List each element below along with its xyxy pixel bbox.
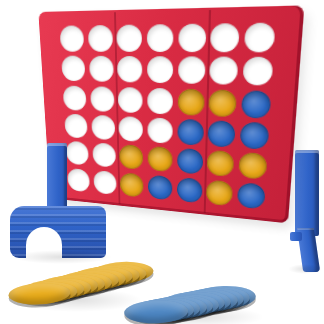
cell-r4-c5[interactable] [175,117,206,148]
cell-r1-c7[interactable] [241,20,278,55]
cell-r5-c4[interactable] [145,144,174,174]
cell-r5-c3[interactable] [117,143,145,173]
cell-r6-c7[interactable] [234,180,268,212]
disc-yellow [177,88,204,115]
cell-r1-c2[interactable] [85,23,115,54]
disc-yellow [208,89,237,117]
empty-hole [60,26,85,52]
disc-blue [148,175,172,201]
cell-r4-c2[interactable] [89,113,117,143]
empty-hole [147,24,174,52]
empty-hole [209,57,238,85]
cell-r4-c4[interactable] [145,115,175,146]
cell-r6-c2[interactable] [91,168,118,197]
spare-disc-blue[interactable] [124,299,189,324]
empty-hole [147,118,172,144]
cell-r4-c6[interactable] [205,118,238,150]
empty-hole [117,56,142,83]
cell-r1-c5[interactable] [176,21,209,54]
connect-four-board [38,5,304,223]
cell-r2-c1[interactable] [59,54,88,84]
empty-hole [88,25,113,52]
connect-four-product-photo [0,0,324,324]
disc-blue [208,120,236,147]
cell-r3-c6[interactable] [206,87,240,120]
empty-hole [147,88,173,115]
disc-blue [241,90,271,118]
cell-r4-c3[interactable] [117,114,146,144]
board-grid [38,5,304,223]
cell-r1-c6[interactable] [208,21,243,55]
cell-r6-c6[interactable] [204,177,236,208]
spare-disc-yellow[interactable] [8,282,71,306]
disc-yellow [238,152,267,180]
right-leg-notch [290,232,302,241]
empty-hole [91,115,115,140]
empty-hole [63,85,87,110]
cell-r1-c4[interactable] [144,22,175,55]
cell-r4-c7[interactable] [237,119,272,152]
empty-hole [93,170,116,195]
empty-hole [147,57,173,84]
cell-r6-c4[interactable] [146,172,175,202]
cell-r6-c5[interactable] [174,175,204,206]
empty-hole [66,141,89,166]
cell-r4-c1[interactable] [62,112,90,141]
cell-r3-c7[interactable] [238,88,274,121]
cell-r2-c6[interactable] [207,55,241,88]
empty-hole [67,168,90,192]
empty-hole [118,87,143,113]
cell-r6-c3[interactable] [118,170,146,199]
cell-r2-c3[interactable] [115,54,145,85]
empty-hole [178,57,205,85]
empty-hole [242,57,273,86]
right-foot-shadow [288,264,322,274]
cell-r5-c5[interactable] [175,146,206,177]
cell-r3-c1[interactable] [61,83,89,113]
blue-disc-stack [123,283,264,324]
cell-r5-c2[interactable] [90,141,118,170]
cell-r3-c4[interactable] [145,85,175,116]
cell-r3-c2[interactable] [88,84,117,114]
right-leg-post [295,150,319,236]
cell-r2-c2[interactable] [87,54,116,85]
empty-hole [64,114,88,139]
cell-r2-c7[interactable] [240,55,276,89]
disc-blue [177,148,203,175]
cell-r5-c7[interactable] [236,150,270,182]
empty-hole [119,116,144,142]
disc-blue [239,122,269,150]
cell-r6-c1[interactable] [65,166,92,194]
cell-r1-c1[interactable] [58,23,87,54]
disc-yellow [120,172,144,197]
empty-hole [244,23,275,53]
disc-yellow [119,145,143,171]
empty-hole [210,23,240,52]
empty-hole [89,56,114,82]
cell-r3-c3[interactable] [116,85,145,116]
cell-r2-c4[interactable] [145,54,176,86]
cell-r2-c5[interactable] [175,55,207,87]
empty-hole [178,24,206,53]
disc-yellow [206,179,233,206]
disc-blue [176,177,202,203]
cell-r1-c3[interactable] [114,22,144,54]
cell-r3-c5[interactable] [175,86,207,118]
disc-yellow [207,150,235,177]
cell-r5-c6[interactable] [204,148,236,180]
disc-blue [237,182,266,209]
empty-hole [90,86,114,112]
empty-hole [92,143,116,168]
cell-r5-c1[interactable] [64,139,91,168]
disc-yellow [148,146,173,172]
disc-blue [177,119,204,146]
empty-hole [61,56,85,82]
empty-hole [117,25,143,52]
